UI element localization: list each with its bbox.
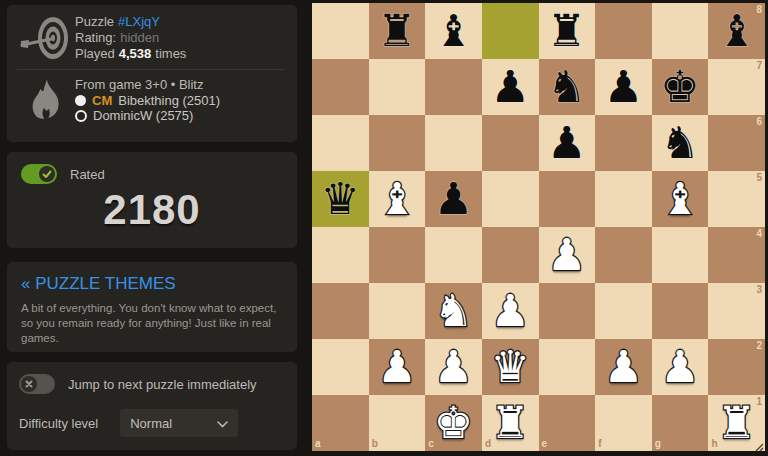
square-f7[interactable]: ♟	[595, 59, 652, 115]
white-bishop-g5[interactable]: ♝	[660, 177, 699, 221]
coord-rank-7: 7	[756, 61, 762, 71]
black-pawn-c5[interactable]: ♟	[434, 177, 473, 221]
coord-file-b: b	[372, 439, 378, 449]
game-source: From game 3+0 • Blitz	[75, 77, 285, 93]
coord-rank-6: 6	[756, 117, 762, 127]
white-side-icon	[75, 95, 86, 106]
coord-rank-4: 4	[756, 229, 762, 239]
square-g2[interactable]: ♟	[652, 339, 709, 395]
square-f5[interactable]	[595, 171, 652, 227]
coord-rank-8: 8	[756, 5, 762, 15]
white-pawn-d3[interactable]: ♟	[490, 289, 529, 333]
square-a5[interactable]: ♛	[312, 171, 369, 227]
square-g6[interactable]: ♞	[652, 115, 709, 171]
jump-next-label: Jump to next puzzle immediately	[68, 377, 257, 392]
white-king-c1[interactable]: ♚	[434, 401, 473, 445]
black-player-name: DominicW (2575)	[93, 108, 193, 123]
coord-file-g: g	[655, 439, 661, 449]
square-g4[interactable]	[652, 227, 709, 283]
square-d7[interactable]: ♟	[482, 59, 539, 115]
square-c6[interactable]	[425, 115, 482, 171]
white-pawn-e4[interactable]: ♟	[547, 233, 586, 277]
white-player-name: Bibekthing (2501)	[118, 93, 220, 108]
x-icon	[21, 376, 37, 392]
square-e5[interactable]	[539, 171, 596, 227]
coord-rank-1: 1	[756, 397, 762, 407]
white-pawn-g2[interactable]: ♟	[660, 345, 699, 389]
rating-hidden-value: hidden	[120, 30, 159, 46]
square-f8[interactable]	[595, 3, 652, 59]
square-a4[interactable]	[312, 227, 369, 283]
white-pawn-f2[interactable]: ♟	[604, 345, 643, 389]
square-g8[interactable]	[652, 3, 709, 59]
square-a3[interactable]	[312, 283, 369, 339]
square-b2[interactable]: ♟	[369, 339, 426, 395]
white-knight-c3[interactable]: ♞	[434, 289, 473, 333]
board-resize-handle[interactable]	[754, 440, 764, 450]
coord-file-c: c	[428, 439, 434, 449]
puzzle-id-link[interactable]: #LXjqY	[118, 14, 160, 30]
puzzle-themes-link[interactable]: « PUZZLE THEMES	[21, 274, 283, 294]
coord-rank-2: 2	[756, 341, 762, 351]
black-knight-g6[interactable]: ♞	[660, 121, 699, 165]
divider	[17, 69, 285, 70]
square-b5[interactable]: ♝	[369, 171, 426, 227]
square-a6[interactable]	[312, 115, 369, 171]
square-d2[interactable]: ♛	[482, 339, 539, 395]
white-queen-d2[interactable]: ♛	[490, 345, 529, 389]
chevron-down-icon	[217, 416, 228, 431]
square-f3[interactable]	[595, 283, 652, 339]
black-rook-e8[interactable]: ♜	[547, 9, 586, 53]
themes-description: A bit of everything. You don't know what…	[21, 301, 283, 346]
played-count: 4,538	[119, 46, 152, 62]
coord-file-d: d	[485, 439, 491, 449]
square-h5[interactable]: 5	[708, 171, 765, 227]
square-e4[interactable]: ♟	[539, 227, 596, 283]
square-b6[interactable]	[369, 115, 426, 171]
black-pawn-d7[interactable]: ♟	[490, 65, 529, 109]
square-b7[interactable]	[369, 59, 426, 115]
square-c7[interactable]	[425, 59, 482, 115]
square-f4[interactable]	[595, 227, 652, 283]
coord-rank-5: 5	[756, 173, 762, 183]
white-bishop-b5[interactable]: ♝	[377, 177, 416, 221]
square-e6[interactable]: ♟	[539, 115, 596, 171]
square-d1[interactable]: ♜d	[482, 395, 539, 451]
square-c3[interactable]: ♞	[425, 283, 482, 339]
black-rook-b8[interactable]: ♜	[377, 9, 416, 53]
coord-file-h: h	[711, 439, 717, 449]
player-title: CM	[92, 93, 112, 108]
square-g3[interactable]	[652, 283, 709, 339]
square-e7[interactable]: ♞	[539, 59, 596, 115]
square-e1[interactable]: e	[539, 395, 596, 451]
square-g7[interactable]: ♚	[652, 59, 709, 115]
played-label: Played	[75, 46, 115, 62]
square-a7[interactable]	[312, 59, 369, 115]
square-f6[interactable]	[595, 115, 652, 171]
square-h7[interactable]: 7	[708, 59, 765, 115]
square-e2[interactable]	[539, 339, 596, 395]
target-icon	[17, 15, 75, 61]
square-c1[interactable]: ♚c	[425, 395, 482, 451]
square-c5[interactable]: ♟	[425, 171, 482, 227]
difficulty-label: Difficulty level	[19, 416, 98, 431]
square-b1[interactable]: b	[369, 395, 426, 451]
white-player-link[interactable]: CM Bibekthing (2501)	[75, 93, 285, 108]
square-b4[interactable]	[369, 227, 426, 283]
black-knight-e7[interactable]: ♞	[547, 65, 586, 109]
white-rook-h1[interactable]: ♜	[717, 401, 756, 445]
puzzle-rating-value: 2180	[21, 186, 283, 234]
coord-file-a: a	[315, 439, 321, 449]
square-h6[interactable]: 6	[708, 115, 765, 171]
black-king-g7[interactable]: ♚	[660, 65, 699, 109]
square-d3[interactable]: ♟	[482, 283, 539, 339]
settings-panel: Jump to next puzzle immediately Difficul…	[7, 362, 297, 450]
square-d5[interactable]	[482, 171, 539, 227]
puzzle-label: Puzzle	[75, 14, 114, 30]
check-icon	[39, 166, 55, 182]
puzzle-info-panel: Puzzle #LXjqY Rating: hidden Played 4,53…	[7, 5, 297, 142]
square-h1[interactable]: ♜h1	[708, 395, 765, 451]
rating-label: Rating:	[75, 30, 116, 46]
square-h2[interactable]: 2	[708, 339, 765, 395]
rated-label: Rated	[70, 167, 105, 182]
square-d8[interactable]	[482, 3, 539, 59]
rated-toggle[interactable]	[21, 164, 57, 184]
black-bishop-h8[interactable]: ♝	[717, 9, 756, 53]
black-player-link[interactable]: DominicW (2575)	[75, 108, 285, 123]
square-a1[interactable]: a	[312, 395, 369, 451]
square-b3[interactable]	[369, 283, 426, 339]
black-pawn-f7[interactable]: ♟	[604, 65, 643, 109]
square-h3[interactable]: 3	[708, 283, 765, 339]
flame-icon	[17, 79, 75, 121]
chess-board[interactable]: ♜♝♜♝8♟♞♟♚7♟♞6♛♝♟♝5♟4♞♟3♟♟♛♟♟2ab♚c♜defg♜h…	[312, 3, 765, 451]
square-c8[interactable]: ♝	[425, 3, 482, 59]
square-f1[interactable]: f	[595, 395, 652, 451]
sidebar: Puzzle #LXjqY Rating: hidden Played 4,53…	[7, 5, 297, 450]
square-d4[interactable]	[482, 227, 539, 283]
jump-next-toggle[interactable]	[19, 374, 55, 394]
black-bishop-c8[interactable]: ♝	[434, 9, 473, 53]
black-pawn-e6[interactable]: ♟	[547, 121, 586, 165]
coord-rank-3: 3	[756, 285, 762, 295]
square-g5[interactable]: ♝	[652, 171, 709, 227]
square-f2[interactable]: ♟	[595, 339, 652, 395]
coord-file-f: f	[598, 439, 601, 449]
square-h8[interactable]: ♝8	[708, 3, 765, 59]
black-queen-a5[interactable]: ♛	[321, 177, 360, 221]
square-d6[interactable]	[482, 115, 539, 171]
white-pawn-b2[interactable]: ♟	[377, 345, 416, 389]
black-side-icon	[75, 110, 87, 122]
square-c2[interactable]: ♟	[425, 339, 482, 395]
difficulty-select[interactable]: Normal	[120, 409, 238, 437]
white-pawn-c2[interactable]: ♟	[434, 345, 473, 389]
white-rook-d1[interactable]: ♜	[490, 401, 529, 445]
square-g1[interactable]: g	[652, 395, 709, 451]
square-h4[interactable]: 4	[708, 227, 765, 283]
square-c4[interactable]	[425, 227, 482, 283]
square-e8[interactable]: ♜	[539, 3, 596, 59]
square-a2[interactable]	[312, 339, 369, 395]
square-e3[interactable]	[539, 283, 596, 339]
played-suffix: times	[155, 46, 186, 62]
rated-panel: Rated 2180	[7, 152, 297, 248]
square-b8[interactable]: ♜	[369, 3, 426, 59]
difficulty-value: Normal	[130, 416, 172, 431]
themes-panel: « PUZZLE THEMES A bit of everything. You…	[7, 262, 297, 352]
square-a8[interactable]	[312, 3, 369, 59]
coord-file-e: e	[542, 439, 548, 449]
